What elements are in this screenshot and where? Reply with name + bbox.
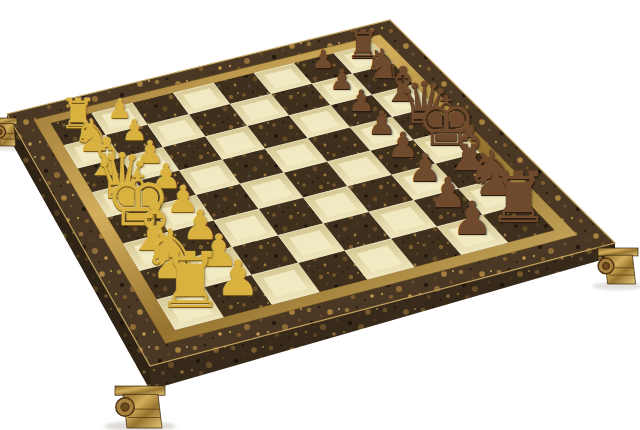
piece-white-rook-h1[interactable]: ♜ (156, 243, 225, 320)
piece-black-rook-h8[interactable]: ♜ (487, 163, 550, 233)
piece-layer: ♜♞♝♛♚♝♞♜♟♟♟♟♟♟♟♟♟♟♟♟♟♟♟♟♜♞♝♛♚♝♞♜ (0, 0, 640, 430)
piece-black-pawn-h7[interactable]: ♟ (452, 196, 493, 242)
photo-scene: ♜♞♝♛♚♝♞♜♟♟♟♟♟♟♟♟♟♟♟♟♟♟♟♟♜♞♝♛♚♝♞♜ (0, 0, 640, 430)
